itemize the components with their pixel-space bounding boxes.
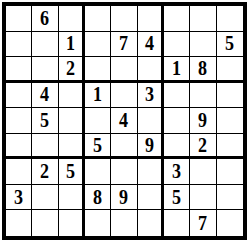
given-digit: 4 xyxy=(119,109,128,131)
cell-r8c4[interactable]: 8 xyxy=(85,185,111,211)
cell-r6c1[interactable] xyxy=(6,134,32,160)
cell-r6c9[interactable] xyxy=(217,134,243,160)
cell-r3c2[interactable] xyxy=(32,57,58,83)
cell-r1c6[interactable] xyxy=(138,6,164,32)
cell-r6c5[interactable] xyxy=(111,134,137,160)
cell-r4c8[interactable] xyxy=(190,83,216,109)
cell-r3c6[interactable] xyxy=(138,57,164,83)
given-digit: 1 xyxy=(66,32,75,54)
cell-r6c7[interactable] xyxy=(164,134,190,160)
cell-r4c7[interactable] xyxy=(164,83,190,109)
cell-r9c9[interactable] xyxy=(217,210,243,236)
given-digit: 5 xyxy=(93,134,102,156)
cell-r7c2[interactable]: 2 xyxy=(32,159,58,185)
given-digit: 9 xyxy=(145,134,154,156)
cell-r3c9[interactable] xyxy=(217,57,243,83)
cell-r4c5[interactable] xyxy=(111,83,137,109)
cell-r3c8[interactable]: 8 xyxy=(190,57,216,83)
cell-r8c8[interactable] xyxy=(190,185,216,211)
cell-r5c8[interactable]: 9 xyxy=(190,108,216,134)
cell-r9c8[interactable]: 7 xyxy=(190,210,216,236)
cell-r6c4[interactable]: 5 xyxy=(85,134,111,160)
cell-r8c3[interactable] xyxy=(59,185,85,211)
given-digit: 4 xyxy=(145,32,154,54)
given-digit: 2 xyxy=(40,160,49,182)
cell-r5c5[interactable]: 4 xyxy=(111,108,137,134)
cell-r9c3[interactable] xyxy=(59,210,85,236)
cell-r6c8[interactable]: 2 xyxy=(190,134,216,160)
cell-r5c4[interactable] xyxy=(85,108,111,134)
cell-r7c9[interactable] xyxy=(217,159,243,185)
cell-r3c7[interactable]: 1 xyxy=(164,57,190,83)
cell-r9c5[interactable] xyxy=(111,210,137,236)
cell-r5c6[interactable] xyxy=(138,108,164,134)
cell-r2c3[interactable]: 1 xyxy=(59,32,85,58)
cell-r3c1[interactable] xyxy=(6,57,32,83)
given-digit: 7 xyxy=(119,32,128,54)
given-digit: 1 xyxy=(93,83,102,105)
cell-r4c3[interactable] xyxy=(59,83,85,109)
cell-r2c7[interactable] xyxy=(164,32,190,58)
cell-r7c3[interactable]: 5 xyxy=(59,159,85,185)
cell-r6c3[interactable] xyxy=(59,134,85,160)
cell-r9c7[interactable] xyxy=(164,210,190,236)
cell-r1c3[interactable] xyxy=(59,6,85,32)
cell-r8c6[interactable] xyxy=(138,185,164,211)
cell-r3c5[interactable] xyxy=(111,57,137,83)
given-digit: 7 xyxy=(198,212,207,234)
given-digit: 9 xyxy=(198,109,207,131)
cell-r7c7[interactable]: 3 xyxy=(164,159,190,185)
given-digit: 8 xyxy=(198,57,207,79)
cell-r5c2[interactable]: 5 xyxy=(32,108,58,134)
cell-r1c1[interactable] xyxy=(6,6,32,32)
cell-r8c5[interactable]: 9 xyxy=(111,185,137,211)
cell-r9c1[interactable] xyxy=(6,210,32,236)
cell-r7c5[interactable] xyxy=(111,159,137,185)
cell-r8c1[interactable]: 3 xyxy=(6,185,32,211)
cell-r7c8[interactable] xyxy=(190,159,216,185)
given-digit: 4 xyxy=(40,83,49,105)
given-digit: 2 xyxy=(198,134,207,156)
cell-r7c6[interactable] xyxy=(138,159,164,185)
cell-r1c8[interactable] xyxy=(190,6,216,32)
cell-r4c4[interactable]: 1 xyxy=(85,83,111,109)
cell-r2c6[interactable]: 4 xyxy=(138,32,164,58)
cell-r1c7[interactable] xyxy=(164,6,190,32)
cell-r6c2[interactable] xyxy=(32,134,58,160)
given-digit: 5 xyxy=(225,32,234,54)
cell-r2c4[interactable] xyxy=(85,32,111,58)
cell-r1c4[interactable] xyxy=(85,6,111,32)
cell-r1c5[interactable] xyxy=(111,6,137,32)
cell-r1c2[interactable]: 6 xyxy=(32,6,58,32)
cell-r4c2[interactable]: 4 xyxy=(32,83,58,109)
sudoku-page: 6174521841354959225338957 xyxy=(0,0,249,242)
given-digit: 3 xyxy=(14,186,23,208)
given-digit: 1 xyxy=(172,57,181,79)
cell-r8c2[interactable] xyxy=(32,185,58,211)
given-digit: 9 xyxy=(119,186,128,208)
cell-r8c7[interactable]: 5 xyxy=(164,185,190,211)
cell-r3c3[interactable]: 2 xyxy=(59,57,85,83)
given-digit: 6 xyxy=(40,7,49,29)
cell-r9c6[interactable] xyxy=(138,210,164,236)
given-digit: 5 xyxy=(40,109,49,131)
cell-r5c7[interactable] xyxy=(164,108,190,134)
cell-r9c4[interactable] xyxy=(85,210,111,236)
cell-r8c9[interactable] xyxy=(217,185,243,211)
cell-r4c1[interactable] xyxy=(6,83,32,109)
given-digit: 5 xyxy=(66,160,75,182)
cell-r7c4[interactable] xyxy=(85,159,111,185)
cell-r6c6[interactable]: 9 xyxy=(138,134,164,160)
cell-r1c9[interactable] xyxy=(217,6,243,32)
cell-r5c1[interactable] xyxy=(6,108,32,134)
cell-r2c9[interactable]: 5 xyxy=(217,32,243,58)
cell-r2c2[interactable] xyxy=(32,32,58,58)
given-digit: 3 xyxy=(145,83,154,105)
cell-r2c8[interactable] xyxy=(190,32,216,58)
given-digit: 2 xyxy=(66,57,75,79)
given-digit: 5 xyxy=(172,186,181,208)
cell-r4c9[interactable] xyxy=(217,83,243,109)
given-digit: 8 xyxy=(93,186,102,208)
given-digit: 3 xyxy=(172,160,181,182)
cell-r4c6[interactable]: 3 xyxy=(138,83,164,109)
cell-r2c5[interactable]: 7 xyxy=(111,32,137,58)
cell-r3c4[interactable] xyxy=(85,57,111,83)
cell-r7c1[interactable] xyxy=(6,159,32,185)
cell-r5c3[interactable] xyxy=(59,108,85,134)
cell-r9c2[interactable] xyxy=(32,210,58,236)
cell-r2c1[interactable] xyxy=(6,32,32,58)
sudoku-board: 6174521841354959225338957 xyxy=(2,2,247,240)
cell-r5c9[interactable] xyxy=(217,108,243,134)
